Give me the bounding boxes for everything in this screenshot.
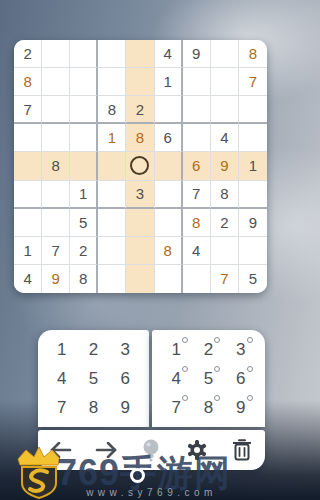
note-ring-icon <box>247 366 253 372</box>
cell-r8c3[interactable]: 2 <box>70 237 98 265</box>
cell-r3c8[interactable] <box>211 96 239 124</box>
cell-r4c9[interactable] <box>239 124 267 152</box>
cell-r8c1[interactable]: 1 <box>14 237 42 265</box>
cell-r4c4[interactable]: 1 <box>98 124 126 152</box>
cell-r4c2[interactable] <box>42 124 70 152</box>
cell-r4c7[interactable] <box>183 124 211 152</box>
note-ring-icon <box>214 366 220 372</box>
notes-pad: 123456789 <box>152 330 265 427</box>
notes-pad-7-button[interactable]: 7 <box>160 393 192 422</box>
note-digit: 6 <box>236 369 245 389</box>
cell-r3c6[interactable] <box>155 96 183 124</box>
cell-r9c1[interactable]: 4 <box>14 265 42 293</box>
cell-r6c6[interactable] <box>155 181 183 209</box>
cell-r1c3[interactable] <box>70 40 98 68</box>
cell-r9c4[interactable] <box>98 265 126 293</box>
sudoku-board: 249881778218648691137858291728449875 <box>14 40 267 293</box>
note-digit: 5 <box>204 369 213 389</box>
cell-r8c7[interactable]: 4 <box>183 237 211 265</box>
cell-r6c4[interactable] <box>98 181 126 209</box>
cell-r8c5[interactable] <box>126 237 154 265</box>
cell-r2c1[interactable]: 8 <box>14 68 42 96</box>
cell-r7c4[interactable] <box>98 209 126 237</box>
cell-r4c1[interactable] <box>14 124 42 152</box>
cell-r5c8[interactable]: 9 <box>211 152 239 180</box>
notes-pad-5-button[interactable]: 5 <box>192 364 224 393</box>
numpad-4-button[interactable]: 4 <box>46 364 78 393</box>
cell-r4c5[interactable]: 8 <box>126 124 154 152</box>
cell-r3c4[interactable]: 8 <box>98 96 126 124</box>
cell-r7c1[interactable] <box>14 209 42 237</box>
cell-r1c7[interactable]: 9 <box>183 40 211 68</box>
cell-r7c5[interactable] <box>126 209 154 237</box>
note-digit: 3 <box>236 340 245 360</box>
cell-r2c7[interactable] <box>183 68 211 96</box>
note-digit: 1 <box>171 340 180 360</box>
cell-r6c3[interactable]: 1 <box>70 181 98 209</box>
cell-r3c1[interactable]: 7 <box>14 96 42 124</box>
cell-r2c3[interactable] <box>70 68 98 96</box>
note-ring-icon <box>247 395 253 401</box>
cell-r2c9[interactable]: 7 <box>239 68 267 96</box>
notes-pad-1-button[interactable]: 1 <box>160 335 192 364</box>
cell-r1c1[interactable]: 2 <box>14 40 42 68</box>
note-ring-icon <box>214 337 220 343</box>
cell-r1c6[interactable]: 4 <box>155 40 183 68</box>
cell-r9c7[interactable] <box>183 265 211 293</box>
cell-r7c3[interactable]: 5 <box>70 209 98 237</box>
note-ring-icon <box>214 395 220 401</box>
cell-r5c6[interactable] <box>155 152 183 180</box>
note-digit: 8 <box>204 398 213 418</box>
cell-r5c4[interactable] <box>98 152 126 180</box>
cell-r1c2[interactable] <box>42 40 70 68</box>
cell-r3c3[interactable] <box>70 96 98 124</box>
cell-r5c1[interactable] <box>14 152 42 180</box>
notes-pad-4-button[interactable]: 4 <box>160 364 192 393</box>
cell-r6c1[interactable] <box>14 181 42 209</box>
cell-r7c7[interactable]: 8 <box>183 209 211 237</box>
cell-r4c3[interactable] <box>70 124 98 152</box>
cell-r8c2[interactable]: 7 <box>42 237 70 265</box>
cell-r3c2[interactable] <box>42 96 70 124</box>
cell-r7c2[interactable] <box>42 209 70 237</box>
cell-r9c6[interactable] <box>155 265 183 293</box>
cell-r5c7[interactable]: 6 <box>183 152 211 180</box>
notes-pad-9-button[interactable]: 9 <box>225 393 257 422</box>
numpad-1-button[interactable]: 1 <box>46 335 78 364</box>
cell-r7c8[interactable]: 2 <box>211 209 239 237</box>
cell-r3c9[interactable] <box>239 96 267 124</box>
cell-r2c8[interactable] <box>211 68 239 96</box>
numpad-2-button[interactable]: 2 <box>78 335 110 364</box>
cell-r2c4[interactable] <box>98 68 126 96</box>
cell-r6c9[interactable] <box>239 181 267 209</box>
selected-cell-ring <box>130 156 149 175</box>
notes-pad-8-button[interactable]: 8 <box>192 393 224 422</box>
cell-r5c2[interactable]: 8 <box>42 152 70 180</box>
cell-r6c2[interactable] <box>42 181 70 209</box>
cell-r9c8[interactable]: 7 <box>211 265 239 293</box>
cell-r9c9[interactable]: 5 <box>239 265 267 293</box>
note-digit: 4 <box>171 369 180 389</box>
cell-r1c5[interactable] <box>126 40 154 68</box>
cell-r3c5[interactable]: 2 <box>126 96 154 124</box>
note-digit: 9 <box>236 398 245 418</box>
cell-r9c2[interactable]: 9 <box>42 265 70 293</box>
watermark-site-url: www.sy769.com <box>38 487 265 498</box>
cell-r4c8[interactable]: 4 <box>211 124 239 152</box>
note-ring-icon <box>247 337 253 343</box>
cell-r2c6[interactable]: 1 <box>155 68 183 96</box>
numpad-6-button[interactable]: 6 <box>109 364 141 393</box>
numpad-5-button[interactable]: 5 <box>78 364 110 393</box>
numpad-3-button[interactable]: 3 <box>109 335 141 364</box>
cell-r6c5[interactable]: 3 <box>126 181 154 209</box>
cell-r8c9[interactable] <box>239 237 267 265</box>
cell-r3c7[interactable] <box>183 96 211 124</box>
cell-r8c4[interactable] <box>98 237 126 265</box>
cell-r7c6[interactable] <box>155 209 183 237</box>
home-indicator[interactable] <box>130 468 145 483</box>
cell-r5c5[interactable] <box>126 152 154 180</box>
cell-r8c6[interactable]: 8 <box>155 237 183 265</box>
cell-r7c9[interactable]: 9 <box>239 209 267 237</box>
cell-r1c9[interactable]: 8 <box>239 40 267 68</box>
note-ring-icon <box>182 395 188 401</box>
cell-r8c8[interactable] <box>211 237 239 265</box>
cell-r5c9[interactable]: 1 <box>239 152 267 180</box>
numpad-8-button[interactable]: 8 <box>78 393 110 422</box>
cell-r2c5[interactable] <box>126 68 154 96</box>
note-digit: 7 <box>171 398 180 418</box>
numpad-7-button[interactable]: 7 <box>46 393 78 422</box>
cell-r4c6[interactable]: 6 <box>155 124 183 152</box>
cell-r6c8[interactable]: 8 <box>211 181 239 209</box>
notes-pad-3-button[interactable]: 3 <box>225 335 257 364</box>
note-digit: 2 <box>204 340 213 360</box>
notes-pad-6-button[interactable]: 6 <box>225 364 257 393</box>
cell-r6c7[interactable]: 7 <box>183 181 211 209</box>
cell-r9c3[interactable]: 8 <box>70 265 98 293</box>
cell-r9c5[interactable] <box>126 265 154 293</box>
notes-pad-2-button[interactable]: 2 <box>192 335 224 364</box>
cell-r1c8[interactable] <box>211 40 239 68</box>
cell-r2c2[interactable] <box>42 68 70 96</box>
cell-r5c3[interactable] <box>70 152 98 180</box>
note-ring-icon <box>182 366 188 372</box>
numpad: 123456789 <box>38 330 149 427</box>
cell-r1c4[interactable] <box>98 40 126 68</box>
numpad-9-button[interactable]: 9 <box>109 393 141 422</box>
note-ring-icon <box>182 337 188 343</box>
